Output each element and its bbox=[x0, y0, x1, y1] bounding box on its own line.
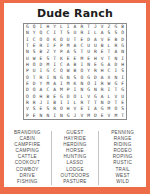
grid-cell: V bbox=[78, 113, 85, 119]
grid-cell: N bbox=[38, 113, 45, 119]
word-list-column-1: BRANDINGCABINCAMPFIRECAMPINGCATTLECOOKOU… bbox=[4, 130, 51, 186]
grid-cell: M bbox=[112, 113, 119, 119]
word-list: BRANDINGCABINCAMPFIRECAMPINGCATTLECOOKOU… bbox=[4, 130, 146, 186]
puzzle-title: Dude Ranch bbox=[4, 7, 146, 20]
grid-cell: N bbox=[58, 113, 65, 119]
grid-cell: D bbox=[92, 113, 99, 119]
grid-cell: G bbox=[65, 113, 72, 119]
grid-cell: I bbox=[51, 113, 58, 119]
grid-cell: E bbox=[99, 113, 106, 119]
grid-cell: J bbox=[72, 113, 79, 119]
grid-cell: P bbox=[24, 113, 31, 119]
grid-cell: V bbox=[106, 113, 113, 119]
grid-cell: E bbox=[31, 113, 38, 119]
grid-cell: N bbox=[44, 113, 51, 119]
grid-cell: M bbox=[85, 113, 92, 119]
word-item: WILD bbox=[99, 179, 146, 185]
word-list-column-3: PENNINGRANGERIDINGRODEOROPINGRUSTICTRAIL… bbox=[99, 130, 146, 186]
puzzle-sheet: Dude Ranch GQIHYLIARTJVZGBNYQCITSURILASS… bbox=[0, 0, 150, 194]
grid-cell: T bbox=[119, 113, 126, 119]
word-item: PASTURE bbox=[52, 179, 99, 185]
word-item: FISHING bbox=[4, 179, 51, 185]
word-list-column-2: GUESTHAYRIDEHERDINGHORSEHUNTINGLASSOLODG… bbox=[52, 130, 99, 186]
word-search-grid: GQIHYLIARTJVZGBNYQCITSURILASSOICOOKOUTED… bbox=[23, 23, 127, 120]
